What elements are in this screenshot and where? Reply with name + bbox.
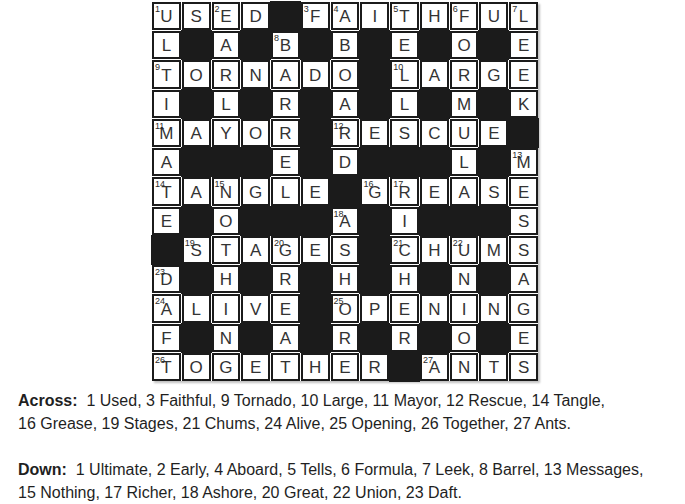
block-cell-r10c6	[301, 265, 330, 293]
cell-letter: E	[399, 37, 410, 57]
cell-letter: S	[518, 359, 529, 379]
cell-r9c4[interactable]: A	[241, 236, 270, 264]
cell-letter: E	[518, 37, 529, 57]
cell-r4c13[interactable]: K	[509, 90, 538, 118]
block-cell-r5c13	[509, 119, 538, 147]
clue-number: 18	[334, 209, 344, 219]
cell-r11c3[interactable]: I	[212, 294, 241, 322]
cell-r7c2[interactable]: A	[182, 177, 211, 205]
across-line-1: 1 Used, 3 Faithful, 9 Tornado, 10 Large,…	[86, 392, 605, 409]
cell-letter: E	[429, 184, 440, 204]
block-cell-r2c2	[182, 31, 211, 59]
cell-letter: B	[280, 37, 291, 57]
clue-number: 11	[155, 121, 164, 131]
cell-r9c7[interactable]: S	[331, 236, 360, 264]
cell-r7c11[interactable]: A	[450, 177, 479, 205]
cell-r3c1[interactable]: 9T	[152, 60, 181, 88]
cell-r12c11[interactable]: O	[450, 324, 479, 352]
cell-r10c1[interactable]: 23D	[152, 265, 181, 293]
cell-r8c1[interactable]: E	[152, 207, 181, 235]
cell-letter: U	[160, 8, 172, 28]
cell-r3c10[interactable]: A	[420, 60, 449, 88]
block-cell-r7c7	[331, 177, 360, 205]
cell-r13c1[interactable]: 26T	[152, 353, 181, 381]
block-cell-r6c6	[301, 148, 330, 176]
cell-letter: H	[428, 8, 440, 28]
cell-letter: H	[309, 359, 321, 379]
cell-letter: E	[280, 154, 291, 174]
cell-r12c1[interactable]: F	[152, 324, 181, 352]
cell-letter: N	[220, 330, 232, 350]
cell-r11c8[interactable]: P	[360, 294, 389, 322]
cell-letter: V	[250, 301, 261, 321]
cell-letter: D	[339, 154, 351, 174]
cell-r5c11[interactable]: U	[450, 119, 479, 147]
cell-letter: L	[281, 184, 290, 204]
cell-letter: L	[459, 154, 468, 174]
cell-letter: B	[339, 37, 350, 57]
cell-letter: E	[161, 213, 172, 233]
clue-number: 6	[453, 4, 458, 14]
clue-number: 16	[363, 179, 373, 189]
block-cell-r9c8	[360, 236, 389, 264]
block-cell-r2c6	[301, 31, 330, 59]
cell-r5c7[interactable]: 12R	[331, 119, 360, 147]
cell-r6c5[interactable]: E	[271, 148, 300, 176]
block-cell-r12c2	[182, 324, 211, 352]
cell-r5c3[interactable]: Y	[212, 119, 241, 147]
block-cell-r4c12	[479, 90, 508, 118]
block-cell-r8c4	[241, 207, 270, 235]
cell-r1c13[interactable]: 7L	[509, 2, 538, 30]
cell-r5c5[interactable]: R	[271, 119, 300, 147]
cell-r1c11[interactable]: 6F	[450, 2, 479, 30]
clue-number: 21	[393, 238, 403, 248]
clue-number: 9	[155, 62, 160, 72]
cell-r9c6[interactable]: E	[301, 236, 330, 264]
cell-letter: D	[250, 8, 262, 28]
cell-letter: A	[458, 184, 469, 204]
cell-letter: G	[517, 301, 530, 321]
cell-r11c7[interactable]: 25O	[331, 294, 360, 322]
cell-r10c7[interactable]: H	[331, 265, 360, 293]
cell-letter: Y	[220, 125, 231, 145]
cell-r8c13[interactable]: S	[509, 207, 538, 235]
cell-letter: F	[310, 8, 320, 28]
cell-r3c3[interactable]: R	[212, 60, 241, 88]
cell-r13c3[interactable]: G	[212, 353, 241, 381]
cell-letter: L	[519, 8, 528, 28]
block-cell-r4c4	[241, 90, 270, 118]
cell-letter: O	[249, 125, 262, 145]
cell-letter: I	[164, 96, 169, 116]
cell-r3c4[interactable]: N	[241, 60, 270, 88]
cell-r2c7[interactable]: B	[331, 31, 360, 59]
cell-r13c13[interactable]: S	[509, 353, 538, 381]
cell-letter: T	[399, 8, 409, 28]
block-cell-r2c8	[360, 31, 389, 59]
cell-r13c2[interactable]: O	[182, 353, 211, 381]
block-cell-r2c12	[479, 31, 508, 59]
cell-r11c4[interactable]: V	[241, 294, 270, 322]
cell-r3c9[interactable]: 10L	[390, 60, 419, 88]
cell-letter: H	[220, 271, 232, 291]
clue-number: 27	[423, 355, 433, 365]
cell-r9c12[interactable]: M	[479, 236, 508, 264]
cell-letter: G	[219, 359, 232, 379]
clue-number: 15	[215, 179, 225, 189]
block-cell-r4c2	[182, 90, 211, 118]
cell-r5c8[interactable]: E	[360, 119, 389, 147]
cell-r5c2[interactable]: A	[182, 119, 211, 147]
cell-r1c1[interactable]: 1U	[152, 2, 181, 30]
cell-r7c5[interactable]: L	[271, 177, 300, 205]
cell-letter: A	[190, 184, 201, 204]
cell-r10c5[interactable]: R	[271, 265, 300, 293]
cell-r8c7[interactable]: 18A	[331, 207, 360, 235]
down-answers: Down: 1 Ultimate, 2 Early, 4 Aboard, 5 T…	[18, 458, 668, 504]
cell-r11c11[interactable]: I	[450, 294, 479, 322]
cell-letter: S	[339, 242, 350, 262]
cell-r11c10[interactable]: N	[420, 294, 449, 322]
cell-letter: H	[428, 242, 440, 262]
cell-r2c1[interactable]: L	[152, 31, 181, 59]
across-answers: Across: 1 Used, 3 Faithful, 9 Tornado, 1…	[18, 389, 668, 435]
cell-letter: L	[221, 96, 230, 116]
cell-letter: U	[488, 8, 500, 28]
cell-letter: N	[488, 301, 500, 321]
cell-r1c7[interactable]: 4A	[331, 2, 360, 30]
cell-r3c7[interactable]: O	[331, 60, 360, 88]
cell-r13c12[interactable]: T	[479, 353, 508, 381]
cell-r4c7[interactable]: A	[331, 90, 360, 118]
cell-letter: L	[162, 37, 171, 57]
cell-r7c13[interactable]: E	[509, 177, 538, 205]
block-cell-r10c8	[360, 265, 389, 293]
cell-letter: H	[398, 271, 410, 291]
cell-r11c2[interactable]: L	[182, 294, 211, 322]
cell-letter: F	[161, 330, 171, 350]
cell-r4c9[interactable]: L	[390, 90, 419, 118]
cell-r7c3[interactable]: 15N	[212, 177, 241, 205]
cell-r13c4[interactable]: E	[241, 353, 270, 381]
cell-letter: O	[457, 330, 470, 350]
cell-letter: A	[161, 154, 172, 174]
cell-letter: R	[339, 330, 351, 350]
cell-letter: M	[457, 96, 471, 116]
cell-letter: C	[428, 125, 440, 145]
cell-r13c10[interactable]: 27A	[420, 353, 449, 381]
cell-letter: I	[372, 8, 377, 28]
cell-r5c9[interactable]: S	[390, 119, 419, 147]
cell-r1c10[interactable]: H	[420, 2, 449, 30]
clue-number: 13	[512, 150, 522, 160]
block-cell-r13c9	[390, 353, 419, 381]
cell-r9c3[interactable]: T	[212, 236, 241, 264]
cell-r7c8[interactable]: 16G	[360, 177, 389, 205]
cell-letter: A	[280, 330, 291, 350]
clue-number: 7	[512, 4, 517, 14]
cell-letter: D	[309, 67, 321, 87]
cell-r9c2[interactable]: 19S	[182, 236, 211, 264]
cell-letter: E	[518, 330, 529, 350]
cell-letter: E	[250, 359, 261, 379]
cell-letter: E	[369, 125, 380, 145]
cell-r12c3[interactable]: N	[212, 324, 241, 352]
block-cell-r12c6	[301, 324, 330, 352]
block-cell-r8c10	[420, 207, 449, 235]
cell-letter: O	[457, 37, 470, 57]
block-cell-r2c4	[241, 31, 270, 59]
cell-letter: S	[518, 213, 529, 233]
block-cell-r11c6	[301, 294, 330, 322]
cell-r10c3[interactable]: H	[212, 265, 241, 293]
cell-r3c12[interactable]: G	[479, 60, 508, 88]
cell-letter: K	[518, 96, 529, 116]
clue-answers: Across: 1 Used, 3 Faithful, 9 Tornado, 1…	[18, 389, 668, 504]
cell-letter: A	[280, 67, 291, 87]
block-cell-r3c8	[360, 60, 389, 88]
cell-r13c11[interactable]: N	[450, 353, 479, 381]
cell-letter: E	[220, 8, 231, 28]
cell-letter: T	[161, 67, 171, 87]
cell-r5c12[interactable]: E	[479, 119, 508, 147]
block-cell-r8c2	[182, 207, 211, 235]
clue-number: 22	[453, 238, 463, 248]
clue-number: 4	[334, 4, 339, 14]
block-cell-r4c8	[360, 90, 389, 118]
cell-r5c10[interactable]: C	[420, 119, 449, 147]
across-label: Across:	[18, 392, 78, 409]
block-cell-r8c8	[360, 207, 389, 235]
cell-r1c6[interactable]: 3F	[301, 2, 330, 30]
cell-r6c1[interactable]: A	[152, 148, 181, 176]
block-cell-r8c11	[450, 207, 479, 235]
cell-r6c13[interactable]: 13M	[509, 148, 538, 176]
cell-letter: R	[220, 67, 232, 87]
block-cell-r6c8	[360, 148, 389, 176]
cell-r1c8[interactable]: I	[360, 2, 389, 30]
cell-r3c11[interactable]: R	[450, 60, 479, 88]
cell-r3c2[interactable]: O	[182, 60, 211, 88]
cell-letter: T	[489, 359, 499, 379]
cell-r12c7[interactable]: R	[331, 324, 360, 352]
clue-number: 24	[155, 296, 165, 306]
cell-r2c11[interactable]: O	[450, 31, 479, 59]
cell-r7c4[interactable]: G	[241, 177, 270, 205]
cell-letter: R	[279, 125, 291, 145]
clue-number: 3	[304, 4, 309, 14]
block-cell-r12c10	[420, 324, 449, 352]
cell-r9c13[interactable]: S	[509, 236, 538, 264]
block-cell-r8c12	[479, 207, 508, 235]
cell-letter: N	[458, 359, 470, 379]
cell-letter: E	[339, 359, 350, 379]
cell-r2c13[interactable]: E	[509, 31, 538, 59]
cell-letter: H	[339, 271, 351, 291]
cell-r6c11[interactable]: L	[450, 148, 479, 176]
cell-letter: E	[518, 184, 529, 204]
cell-r9c11[interactable]: 22U	[450, 236, 479, 264]
clue-number: 5	[393, 4, 398, 14]
cell-letter: M	[487, 242, 501, 262]
block-cell-r12c4	[241, 324, 270, 352]
cell-letter: L	[400, 96, 409, 116]
block-cell-r9c1	[152, 236, 181, 264]
cell-r12c13[interactable]: E	[509, 324, 538, 352]
cell-letter: A	[220, 37, 231, 57]
block-cell-r6c4	[241, 148, 270, 176]
cell-r13c8[interactable]: R	[360, 353, 389, 381]
cell-r6c7[interactable]: D	[331, 148, 360, 176]
cell-r3c13[interactable]: E	[509, 60, 538, 88]
cell-letter: U	[458, 125, 470, 145]
cell-letter: R	[279, 271, 291, 291]
cell-r1c9[interactable]: 5T	[390, 2, 419, 30]
cell-letter: G	[249, 184, 262, 204]
cell-r10c11[interactable]: N	[450, 265, 479, 293]
block-cell-r6c2	[182, 148, 211, 176]
cell-letter: A	[429, 67, 440, 87]
cell-letter: I	[224, 301, 229, 321]
block-cell-r2c10	[420, 31, 449, 59]
cell-letter: E	[488, 125, 499, 145]
cell-letter: A	[518, 271, 529, 291]
clue-number: 8	[274, 33, 279, 43]
cell-letter: F	[459, 8, 469, 28]
block-cell-r12c12	[479, 324, 508, 352]
block-cell-r10c10	[420, 265, 449, 293]
block-cell-r4c10	[420, 90, 449, 118]
block-cell-r12c8	[360, 324, 389, 352]
cell-r8c3[interactable]: O	[212, 207, 241, 235]
clue-number: 26	[155, 355, 165, 365]
block-cell-r5c6	[301, 119, 330, 147]
cell-r4c5[interactable]: R	[271, 90, 300, 118]
block-cell-r10c2	[182, 265, 211, 293]
cell-r13c7[interactable]: E	[331, 353, 360, 381]
cell-letter: O	[219, 213, 232, 233]
cell-r13c6[interactable]: H	[301, 353, 330, 381]
down-line-2: 15 Nothing, 17 Richer, 18 Ashore, 20 Gre…	[18, 484, 462, 501]
clue-number: 23	[155, 267, 165, 277]
block-cell-r10c4	[241, 265, 270, 293]
clue-number: 10	[393, 62, 403, 72]
cell-r7c9[interactable]: 17R	[390, 177, 419, 205]
cell-r13c5[interactable]: T	[271, 353, 300, 381]
cell-letter: A	[250, 242, 261, 262]
cell-r12c5[interactable]: A	[271, 324, 300, 352]
cell-r2c3[interactable]: A	[212, 31, 241, 59]
block-cell-r8c5	[271, 207, 300, 235]
clue-number: 17	[393, 179, 403, 189]
cell-letter: I	[462, 301, 467, 321]
cell-r9c5[interactable]: 20G	[271, 236, 300, 264]
block-cell-r8c6	[301, 207, 330, 235]
block-cell-r6c9	[390, 148, 419, 176]
cell-r11c12[interactable]: N	[479, 294, 508, 322]
down-label: Down:	[18, 461, 67, 478]
cell-r9c10[interactable]: H	[420, 236, 449, 264]
block-cell-r6c3	[212, 148, 241, 176]
cell-letter: E	[310, 242, 321, 262]
cell-letter: E	[518, 67, 529, 87]
cell-r12c9[interactable]: R	[390, 324, 419, 352]
cell-r4c11[interactable]: M	[450, 90, 479, 118]
cell-r1c4[interactable]: D	[241, 2, 270, 30]
cell-r11c1[interactable]: 24A	[152, 294, 181, 322]
cell-r11c13[interactable]: G	[509, 294, 538, 322]
cell-letter: S	[399, 125, 410, 145]
cell-letter: E	[399, 301, 410, 321]
cell-r1c3[interactable]: 2E	[212, 2, 241, 30]
cell-r7c10[interactable]: E	[420, 177, 449, 205]
clue-number: 25	[334, 296, 344, 306]
cell-letter: P	[369, 301, 380, 321]
cell-r5c1[interactable]: 11M	[152, 119, 181, 147]
clue-number: 14	[155, 179, 165, 189]
cell-letter: R	[369, 359, 381, 379]
cell-r4c1[interactable]: I	[152, 90, 181, 118]
cell-r2c5[interactable]: 8B	[271, 31, 300, 59]
clue-number: 20	[274, 238, 284, 248]
cell-letter: R	[279, 96, 291, 116]
cell-letter: N	[250, 67, 262, 87]
cell-r5c4[interactable]: O	[241, 119, 270, 147]
down-line-1: 1 Ultimate, 2 Early, 4 Aboard, 5 Tells, …	[76, 461, 644, 478]
cell-r1c12[interactable]: U	[479, 2, 508, 30]
cell-r2c9[interactable]: E	[390, 31, 419, 59]
cell-r8c9[interactable]: I	[390, 207, 419, 235]
cell-r3c5[interactable]: A	[271, 60, 300, 88]
cell-r11c9[interactable]: E	[390, 294, 419, 322]
cell-letter: R	[398, 330, 410, 350]
crossword-grid: 1US2ED3F4AI5TH6FU7LLA8BBEOE9TORNADO10LAR…	[152, 2, 538, 381]
cell-letter: T	[280, 359, 290, 379]
cell-r7c12[interactable]: S	[479, 177, 508, 205]
block-cell-r6c10	[420, 148, 449, 176]
clue-number: 1	[155, 4, 160, 14]
cell-letter: T	[221, 242, 231, 262]
clue-number: 19	[185, 238, 195, 248]
cell-r10c9[interactable]: H	[390, 265, 419, 293]
cell-r7c1[interactable]: 14T	[152, 177, 181, 205]
cell-letter: N	[458, 271, 470, 291]
cell-letter: S	[488, 184, 499, 204]
cell-letter: O	[190, 359, 203, 379]
cell-letter: O	[338, 67, 351, 87]
cell-r7c6[interactable]: E	[301, 177, 330, 205]
clue-number: 12	[334, 121, 344, 131]
cell-letter: G	[487, 67, 500, 87]
cell-letter: R	[458, 67, 470, 87]
cell-r4c3[interactable]: L	[212, 90, 241, 118]
cell-letter: A	[339, 96, 350, 116]
block-cell-r6c12	[479, 148, 508, 176]
across-line-2: 16 Grease, 19 Stages, 21 Chums, 24 Alive…	[18, 415, 571, 432]
cell-r1c2[interactable]: S	[182, 2, 211, 30]
block-cell-r4c6	[301, 90, 330, 118]
cell-r3c6[interactable]: D	[301, 60, 330, 88]
cell-letter: S	[518, 242, 529, 262]
cell-r10c13[interactable]: A	[509, 265, 538, 293]
cell-letter: A	[339, 8, 350, 28]
block-cell-r10c12	[479, 265, 508, 293]
cell-r11c5[interactable]: E	[271, 294, 300, 322]
cell-letter: E	[310, 184, 321, 204]
clue-number: 2	[215, 4, 220, 14]
cell-r9c9[interactable]: 21C	[390, 236, 419, 264]
